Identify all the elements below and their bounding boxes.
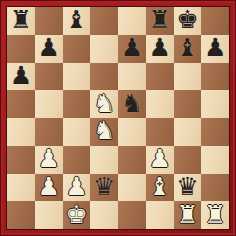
square-h6[interactable] bbox=[201, 63, 229, 91]
square-h5[interactable] bbox=[201, 90, 229, 118]
square-g4[interactable] bbox=[174, 118, 202, 146]
square-d2[interactable]: ♛ bbox=[90, 174, 118, 202]
square-c8[interactable]: ♝ bbox=[63, 7, 91, 35]
square-h2[interactable] bbox=[201, 174, 229, 202]
square-d1[interactable] bbox=[90, 201, 118, 229]
piece-black-knight[interactable]: ♞ bbox=[121, 91, 143, 116]
square-c3[interactable] bbox=[63, 146, 91, 174]
square-a3[interactable] bbox=[7, 146, 35, 174]
square-e4[interactable] bbox=[118, 118, 146, 146]
square-e8[interactable] bbox=[118, 7, 146, 35]
piece-black-rook[interactable]: ♜ bbox=[148, 7, 170, 32]
square-f8[interactable]: ♜ bbox=[146, 7, 174, 35]
piece-black-queen[interactable]: ♛ bbox=[93, 174, 115, 199]
square-d5[interactable]: ♞ bbox=[90, 90, 118, 118]
square-d8[interactable] bbox=[90, 7, 118, 35]
chess-board: ♜♝♜♚♟♟♟♝♟♟♞♞♞♟♟♟♟♛♝♛♚♜♜ bbox=[7, 7, 229, 229]
square-a8[interactable]: ♜ bbox=[7, 7, 35, 35]
square-f6[interactable] bbox=[146, 63, 174, 91]
square-e3[interactable] bbox=[118, 146, 146, 174]
square-c5[interactable] bbox=[63, 90, 91, 118]
square-g1[interactable]: ♜ bbox=[174, 201, 202, 229]
square-f7[interactable]: ♟ bbox=[146, 35, 174, 63]
piece-white-pawn[interactable]: ♟ bbox=[37, 146, 59, 171]
piece-white-pawn[interactable]: ♟ bbox=[37, 174, 59, 199]
square-b6[interactable] bbox=[35, 63, 63, 91]
piece-white-pawn[interactable]: ♟ bbox=[148, 146, 170, 171]
square-b1[interactable] bbox=[35, 201, 63, 229]
square-e2[interactable] bbox=[118, 174, 146, 202]
square-b8[interactable] bbox=[35, 7, 63, 35]
square-f5[interactable] bbox=[146, 90, 174, 118]
square-c2[interactable]: ♟ bbox=[63, 174, 91, 202]
square-b4[interactable] bbox=[35, 118, 63, 146]
square-d7[interactable] bbox=[90, 35, 118, 63]
square-h8[interactable] bbox=[201, 7, 229, 35]
square-b2[interactable]: ♟ bbox=[35, 174, 63, 202]
square-e6[interactable] bbox=[118, 63, 146, 91]
square-f2[interactable]: ♝ bbox=[146, 174, 174, 202]
piece-black-queen[interactable]: ♛ bbox=[176, 174, 198, 199]
piece-black-pawn[interactable]: ♟ bbox=[10, 63, 32, 88]
square-c1[interactable]: ♚ bbox=[63, 201, 91, 229]
piece-white-bishop[interactable]: ♝ bbox=[148, 174, 170, 199]
piece-white-pawn[interactable]: ♟ bbox=[65, 174, 87, 199]
square-a6[interactable]: ♟ bbox=[7, 63, 35, 91]
square-a4[interactable] bbox=[7, 118, 35, 146]
square-d3[interactable] bbox=[90, 146, 118, 174]
square-b3[interactable]: ♟ bbox=[35, 146, 63, 174]
square-e5[interactable]: ♞ bbox=[118, 90, 146, 118]
square-g2[interactable]: ♛ bbox=[174, 174, 202, 202]
square-b5[interactable] bbox=[35, 90, 63, 118]
square-a2[interactable] bbox=[7, 174, 35, 202]
square-g6[interactable] bbox=[174, 63, 202, 91]
square-c4[interactable] bbox=[63, 118, 91, 146]
piece-black-pawn[interactable]: ♟ bbox=[148, 35, 170, 60]
piece-black-king[interactable]: ♚ bbox=[176, 7, 198, 32]
square-g3[interactable] bbox=[174, 146, 202, 174]
square-h3[interactable] bbox=[201, 146, 229, 174]
piece-white-rook[interactable]: ♜ bbox=[204, 202, 226, 227]
square-h1[interactable]: ♜ bbox=[201, 201, 229, 229]
square-h7[interactable]: ♟ bbox=[201, 35, 229, 63]
square-g8[interactable]: ♚ bbox=[174, 7, 202, 35]
square-e1[interactable] bbox=[118, 201, 146, 229]
square-a1[interactable] bbox=[7, 201, 35, 229]
square-b7[interactable]: ♟ bbox=[35, 35, 63, 63]
piece-black-bishop[interactable]: ♝ bbox=[176, 35, 198, 60]
square-f3[interactable]: ♟ bbox=[146, 146, 174, 174]
square-c7[interactable] bbox=[63, 35, 91, 63]
square-g5[interactable] bbox=[174, 90, 202, 118]
square-e7[interactable]: ♟ bbox=[118, 35, 146, 63]
piece-black-pawn[interactable]: ♟ bbox=[204, 35, 226, 60]
square-c6[interactable] bbox=[63, 63, 91, 91]
square-f4[interactable] bbox=[146, 118, 174, 146]
piece-white-knight[interactable]: ♞ bbox=[93, 91, 115, 116]
board-frame: ♜♝♜♚♟♟♟♝♟♟♞♞♞♟♟♟♟♛♝♛♚♜♜ bbox=[0, 0, 236, 236]
square-f1[interactable] bbox=[146, 201, 174, 229]
square-h4[interactable] bbox=[201, 118, 229, 146]
square-d6[interactable] bbox=[90, 63, 118, 91]
piece-black-rook[interactable]: ♜ bbox=[10, 7, 32, 32]
piece-black-pawn[interactable]: ♟ bbox=[37, 35, 59, 60]
piece-white-knight[interactable]: ♞ bbox=[93, 118, 115, 143]
square-a5[interactable] bbox=[7, 90, 35, 118]
piece-white-king[interactable]: ♚ bbox=[65, 202, 87, 227]
square-a7[interactable] bbox=[7, 35, 35, 63]
piece-white-rook[interactable]: ♜ bbox=[176, 202, 198, 227]
square-d4[interactable]: ♞ bbox=[90, 118, 118, 146]
square-g7[interactable]: ♝ bbox=[174, 35, 202, 63]
piece-black-pawn[interactable]: ♟ bbox=[121, 35, 143, 60]
piece-black-bishop[interactable]: ♝ bbox=[65, 7, 87, 32]
